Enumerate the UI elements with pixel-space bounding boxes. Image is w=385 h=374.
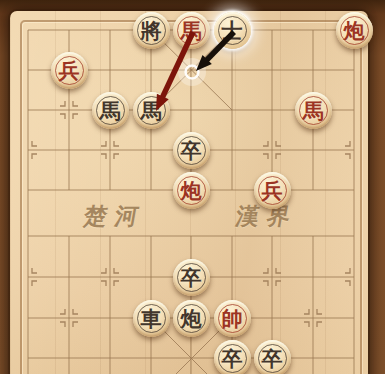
piece-glyph: 卒: [173, 132, 210, 169]
piece-glyph: 車: [133, 300, 170, 337]
piece-glyph: 士: [214, 12, 251, 49]
piece-black-soldier-3[interactable]: 卒: [214, 340, 251, 374]
piece-glyph: 馬: [92, 92, 129, 129]
piece-glyph: 卒: [214, 340, 251, 374]
piece-glyph: 馬: [295, 92, 332, 129]
app-background: 楚河 漢界 將馬士炮兵馬馬馬卒炮兵卒車炮帥卒卒: [0, 0, 385, 374]
piece-red-soldier-2[interactable]: 兵: [254, 172, 291, 209]
piece-glyph: 馬: [133, 92, 170, 129]
piece-black-soldier-4[interactable]: 卒: [254, 340, 291, 374]
piece-glyph: 將: [133, 12, 170, 49]
piece-black-advisor[interactable]: 士: [214, 12, 251, 49]
piece-glyph: 兵: [254, 172, 291, 209]
piece-black-horse-2[interactable]: 馬: [133, 92, 170, 129]
piece-glyph: 炮: [173, 300, 210, 337]
piece-black-chariot[interactable]: 車: [133, 300, 170, 337]
piece-red-soldier-1[interactable]: 兵: [51, 52, 88, 89]
piece-glyph: 馬: [173, 12, 210, 49]
piece-black-horse-1[interactable]: 馬: [92, 92, 129, 129]
piece-glyph: 炮: [336, 12, 373, 49]
piece-red-cannon-1[interactable]: 炮: [336, 12, 373, 49]
piece-black-soldier-1[interactable]: 卒: [173, 132, 210, 169]
piece-glyph: 卒: [173, 259, 210, 296]
piece-red-horse-2[interactable]: 馬: [295, 92, 332, 129]
piece-black-general[interactable]: 將: [133, 12, 170, 49]
piece-glyph: 帥: [214, 300, 251, 337]
piece-red-general[interactable]: 帥: [214, 300, 251, 337]
pieces-layer: 將馬士炮兵馬馬馬卒炮兵卒車炮帥卒卒: [0, 0, 385, 374]
piece-black-soldier-2[interactable]: 卒: [173, 259, 210, 296]
piece-glyph: 卒: [254, 340, 291, 374]
piece-red-horse-1[interactable]: 馬: [173, 12, 210, 49]
piece-black-cannon[interactable]: 炮: [173, 300, 210, 337]
piece-glyph: 兵: [51, 52, 88, 89]
piece-red-cannon-2[interactable]: 炮: [173, 172, 210, 209]
piece-glyph: 炮: [173, 172, 210, 209]
